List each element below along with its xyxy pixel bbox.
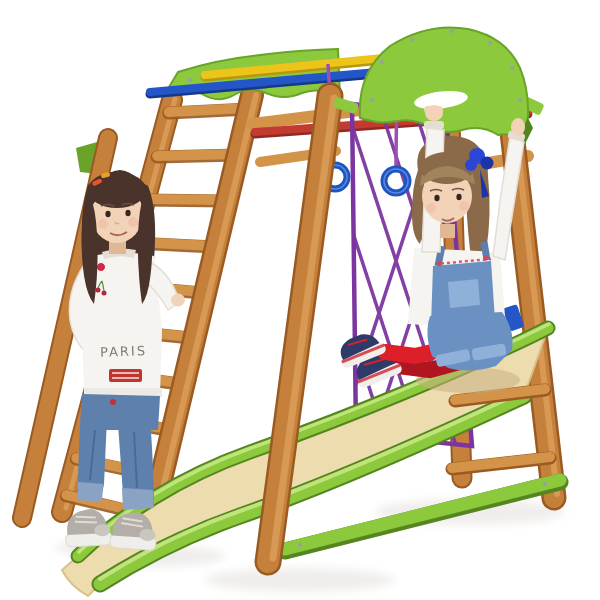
hand-on-post (511, 118, 525, 136)
eye (105, 211, 110, 217)
badge (97, 263, 106, 272)
bib-pocket (448, 279, 480, 308)
keyring (110, 399, 116, 405)
children-climbing-frame-photo: PARIS (0, 0, 600, 600)
sleeve-cuff (424, 121, 444, 129)
hair-top (88, 172, 146, 208)
neck (440, 224, 455, 238)
shirt-text: PARIS (100, 343, 148, 360)
eye (125, 210, 130, 216)
hand-on-rung (171, 294, 185, 307)
jeans-cuff (122, 488, 154, 510)
jeans-cuff (77, 482, 103, 502)
photo-stage: PARIS (0, 0, 600, 600)
shirt-patch (109, 369, 142, 382)
eye (456, 194, 461, 200)
sitting-girl (335, 105, 526, 393)
eye (434, 195, 439, 201)
